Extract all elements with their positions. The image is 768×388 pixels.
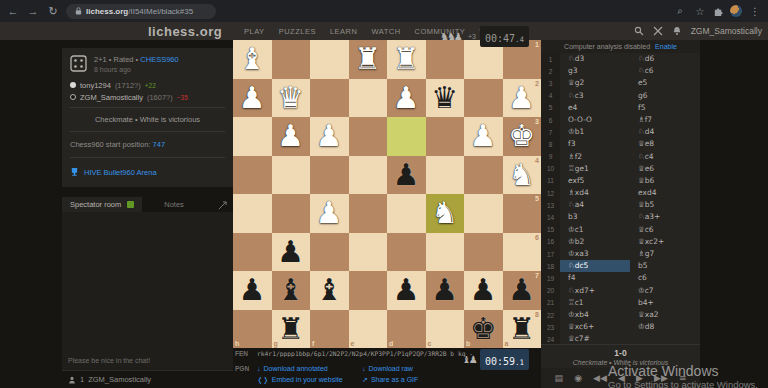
move-row-13: 13♘a4♕b5 [541,199,700,211]
right-gutter [700,40,768,388]
pgn-link-icon: ↓ [362,365,366,372]
square-d1[interactable]: ♜ [387,40,426,79]
rank-label-5: 5 [535,195,539,202]
move-6-w[interactable]: O-O-O [560,114,630,126]
white-rook-d1[interactable]: ♜ [387,40,426,79]
white-pawn-f5[interactable]: ♟ [310,194,349,233]
spectator-name[interactable]: ZGM_Samostically [88,375,151,384]
square-a7[interactable]: ♟7 [503,271,542,310]
file-label-b: b [466,340,470,347]
gear-icon[interactable]: ◉ [574,373,582,383]
nav-learn[interactable]: LEARN [330,27,358,36]
square-d3[interactable] [387,117,426,156]
square-f8[interactable]: f [310,310,349,349]
black-pawn-h7[interactable]: ♟ [233,271,272,310]
move-row-12: 12♗xd4exd4 [541,187,700,199]
result-description: Checkmate • White is victorious [541,359,700,366]
browser-reload-icon[interactable]: ↻ [46,5,60,18]
square-c6[interactable] [426,233,465,272]
move-row-14: 14b3♘a3+ [541,211,700,223]
move-number: 19 [541,272,560,284]
black-pawn-b7[interactable]: ♟ [464,271,503,310]
move-12-b[interactable]: exd4 [630,187,700,199]
move-19-w[interactable]: f4 [560,272,630,284]
move-number: 15 [541,224,560,236]
notifications-bell-icon[interactable] [672,26,682,36]
bookmark-star-icon[interactable]: ☆ [693,6,707,17]
pgn-link-share-as-a-gif[interactable]: ↗Share as a GIF [362,376,467,384]
nav-watch[interactable]: WATCH [371,27,400,36]
move-16-b[interactable]: ♕xc2+ [630,236,700,248]
black-captured-pieces: ♝♟ [462,354,476,365]
move-number: 10 [541,163,560,175]
white-bishop-h1[interactable]: ♝ [233,40,272,79]
square-f5[interactable]: ♟ [310,194,349,233]
lock-icon [75,7,82,15]
move-number: 12 [541,187,560,199]
square-d2[interactable]: ♟ [387,79,426,118]
square-d4[interactable]: ♟ [387,156,426,195]
move-19-b[interactable]: c6 [630,272,700,284]
white-knight-c5[interactable]: ♞ [426,194,465,233]
move-row-6: 6O-O-O♗f7 [541,114,700,126]
black-pawn-c7[interactable]: ♟ [426,271,465,310]
square-f4[interactable] [310,156,349,195]
white-player-row[interactable]: tony1294 (1712?) +22 [70,79,225,91]
time-control: 2+1 • Rated • CHESS960 [94,55,179,64]
move-5-b[interactable]: f5 [630,102,700,114]
prev-move-icon[interactable]: ◀ [618,373,625,383]
move-row-9: 9♗f2♘c4 [541,151,700,163]
tournament-link[interactable]: HIVE Bullet960 Arena [70,158,225,187]
move-12-w[interactable]: ♗xd4 [560,187,630,199]
left-sidebar: 2+1 • Rated • CHESS960 8 hours ago tony1… [0,40,233,388]
game-date[interactable]: 8 hours ago [94,66,179,73]
rank-label-2: 2 [535,80,539,87]
move-8-w[interactable]: f3 [560,138,630,150]
move-number: 22 [541,309,560,321]
fen-value[interactable]: rk4r1/pppp1bbp/6p1/2N2P2/N2p4/KP3PP1/P1q… [257,350,472,357]
move-number: 3 [541,77,560,89]
square-d6[interactable] [387,233,426,272]
rank-label-1: 1 [535,41,539,48]
spectator-count: 1 [80,375,84,384]
move-number: 23 [541,321,560,333]
black-bishop-g7[interactable]: ♝ [272,271,311,310]
move-number: 9 [541,151,560,163]
move-number: 18 [541,260,560,272]
square-h5[interactable] [233,194,272,233]
square-g3[interactable]: ♟ [272,117,311,156]
black-queen-c2[interactable]: ♛ [426,79,465,118]
move-4-w[interactable]: ♘c3 [560,90,630,102]
move-7-w[interactable]: ♔b1 [560,126,630,138]
file-label-h: h [235,340,239,347]
move-row-21: 21♖c1b4+ [541,297,700,309]
move-number: 14 [541,211,560,223]
move-row-18: 18♘dc5b5 [541,260,700,272]
square-e5[interactable] [349,194,388,233]
move-number: 17 [541,248,560,260]
move-21-w[interactable]: ♖c1 [560,297,630,309]
search-icon[interactable] [634,26,644,36]
move-list: 1♘d3♘d62g3♘c63♕g2e54♘c3g65e4f56O-O-O♗f77… [541,53,700,344]
white-rating-diff: +22 [145,82,156,89]
white-pawn-h2[interactable]: ♟ [233,79,272,118]
move-row-15: 15♔c1♕c6 [541,224,700,236]
move-2-b[interactable]: ♘c6 [630,65,700,77]
analysis-disabled-text: Computer analysis disabled [564,43,650,50]
nav-play[interactable]: PLAY [244,27,265,36]
move-row-7: 7♔b1♘d4 [541,126,700,138]
rank-label-6: 6 [535,234,539,241]
square-h8[interactable]: h [233,310,272,349]
board-column: ♝♜♜1♟♛♟♛♟2♟♟♟♚3♟♞4♟♞5♟6♟♝♝♟♟♟♟7h♜gfedc♚b… [233,40,541,388]
move-row-20: 20♘xd7+♔c7 [541,285,700,297]
challenges-swords-icon[interactable] [653,26,663,36]
square-b8[interactable]: ♚b [464,310,503,349]
move-number: 20 [541,285,560,297]
tab-notes[interactable]: Notes [164,200,184,209]
bottom-player-clock-row: ♝♟ 00:59.1 [462,349,529,370]
move-row-8: 8f3♕e8 [541,138,700,150]
square-f3[interactable]: ♟ [310,117,349,156]
square-a5[interactable]: 5 [503,194,542,233]
move-21-b[interactable]: b4+ [630,297,700,309]
file-label-f: f [312,340,314,347]
move-23-b[interactable]: ♔d8 [630,321,700,333]
url-bar[interactable]: lichess.org/II54IMel/black#35 [66,4,216,19]
move-number: 2 [541,65,560,77]
move-5-w[interactable]: e4 [560,102,630,114]
move-panel: Computer analysis disabled Enable 1♘d3♘d… [541,40,700,388]
move-10-w[interactable]: ♖ge1 [560,163,630,175]
square-h2[interactable]: ♟ [233,79,272,118]
move-20-w[interactable]: ♘xd7+ [560,285,630,297]
square-c4[interactable] [426,156,465,195]
square-g5[interactable] [272,194,311,233]
move-22-b[interactable]: ♕xa2 [630,309,700,321]
move-row-5: 5e4f5 [541,102,700,114]
browser-profile-avatar[interactable] [730,5,742,17]
result-box: 1-0 Checkmate • White is victorious [541,344,700,368]
square-b6[interactable] [464,233,503,272]
move-row-16: 16♔b2♕xc2+ [541,236,700,248]
move-row-10: 10♖ge1♕e6 [541,163,700,175]
square-c8[interactable]: c [426,310,465,349]
square-g4[interactable] [272,156,311,195]
rank-label-7: 7 [535,272,539,279]
white-pawn-b3[interactable]: ♟ [464,117,503,156]
square-g6[interactable]: ♟ [272,233,311,272]
white-color-icon [70,82,76,88]
square-e4[interactable] [349,156,388,195]
white-rook-e1[interactable]: ♜ [349,40,388,79]
move-number: 7 [541,126,560,138]
move-6-b[interactable]: ♗f7 [630,114,700,126]
last-move-icon[interactable]: ▶▶ [654,373,668,383]
trophy-icon [70,167,79,177]
move-10-b[interactable]: ♕e6 [630,163,700,175]
next-move-icon[interactable]: ▶ [636,373,643,383]
header-username[interactable]: ZGM_Samostically [691,26,762,36]
black-player-row[interactable]: ZGM_Samostically (1607?) −35 [70,91,225,103]
move-row-19: 19f4c6 [541,272,700,284]
black-color-icon [70,94,76,100]
square-h7[interactable]: ♟ [233,271,272,310]
game-meta-panel: 2+1 • Rated • CHESS960 8 hours ago tony1… [62,48,233,187]
black-player-name[interactable]: ZGM_Samostically [80,93,143,102]
lichess-logo[interactable]: lichess.org [148,24,222,39]
square-b3[interactable]: ♟ [464,117,503,156]
move-11-b[interactable]: ♕b6 [630,175,700,187]
rank-label-8: 8 [535,311,539,318]
chess-board[interactable]: ♝♜♜1♟♛♟♛♟2♟♟♟♚3♟♞4♟♞5♟6♟♝♝♟♟♟♟7h♜gfedc♚b… [233,40,541,348]
spectator-person-icon [68,376,76,384]
browser-forward-icon[interactable]: → [26,5,40,17]
move-17-w[interactable]: ♔xa3 [560,248,630,260]
pgn-link-icon: ❬❭ [257,376,269,383]
pgn-link-icon: ↓ [257,365,261,372]
chess960-die-icon [70,55,87,72]
square-c3[interactable] [426,117,465,156]
tab-spectator-room[interactable]: Spectator room [62,197,142,212]
result-score: 1-0 [541,348,700,358]
move-24-b [630,333,700,344]
move-number: 21 [541,297,560,309]
black-player-rating: (1607?) [147,93,173,102]
chat-message-area[interactable]: Please be nice in the chat! [62,212,233,370]
square-f6[interactable] [310,233,349,272]
zoom-icon[interactable]: ⌕ [673,5,687,17]
square-c2[interactable]: ♛ [426,79,465,118]
chat-tabs: Spectator room Notes [62,197,233,212]
square-h4[interactable] [233,156,272,195]
square-d7[interactable]: ♟ [387,271,426,310]
analysis-header: Computer analysis disabled Enable [541,40,700,53]
move-17-b[interactable]: ♗g7 [630,248,700,260]
move-number: 8 [541,138,560,150]
enable-analysis-link[interactable]: Enable [655,43,677,50]
square-a8[interactable]: ♜a8 [503,310,542,349]
move-3-w[interactable]: ♕g2 [560,77,630,89]
pgn-link-embed-in-your-website[interactable]: ❬❭Embed in your website [257,376,362,384]
nav-puzzles[interactable]: PUZZLES [279,27,316,36]
pgn-links: ↓Download annotated↓Download raw❬❭Embed … [257,365,467,384]
top-player-clock-row: ♞♞♟ +3 00:47.4 [440,26,529,47]
square-c5[interactable]: ♞ [426,194,465,233]
move-16-w[interactable]: ♔b2 [560,236,630,248]
browser-address-bar: ← → ↻ lichess.org/II54IMel/black#35 ⌕ ☆ … [0,0,768,22]
square-g2[interactable]: ♛ [272,79,311,118]
move-row-1: 1♘d3♘d6 [541,53,700,65]
move-number: 4 [541,90,560,102]
square-d5[interactable] [387,194,426,233]
move-9-b[interactable]: ♘c4 [630,151,700,163]
move-number: 6 [541,114,560,126]
file-label-c: c [428,340,432,347]
black-bishop-f7[interactable]: ♝ [310,271,349,310]
room-online-indicator [127,201,134,208]
move-row-22: 22♔xb4♕xa2 [541,309,700,321]
move-18-b[interactable]: b5 [630,260,700,272]
chat-expand-icon[interactable] [218,196,227,214]
move-15-b[interactable]: ♕c6 [630,224,700,236]
move-13-w[interactable]: ♘a4 [560,199,630,211]
move-15-w[interactable]: ♔c1 [560,224,630,236]
pgn-link-download-raw[interactable]: ↓Download raw [362,365,467,372]
move-2-w[interactable]: g3 [560,65,630,77]
square-f1[interactable] [310,40,349,79]
move-number: 24 [541,333,560,344]
move-number: 1 [541,53,560,65]
square-g1[interactable] [272,40,311,79]
move-number: 13 [541,199,560,211]
black-pawn-d7[interactable]: ♟ [387,271,426,310]
move-7-b[interactable]: ♘d4 [630,126,700,138]
square-g8[interactable]: ♜g [272,310,311,349]
move-row-3: 3♕g2e5 [541,77,700,89]
move-row-11: 11exf5♕b6 [541,175,700,187]
move-row-17: 17♔xa3♗g7 [541,248,700,260]
white-clock: 00:47.4 [480,26,529,47]
square-g7[interactable]: ♝ [272,271,311,310]
browser-back-icon[interactable]: ← [6,5,20,17]
square-f7[interactable]: ♝ [310,271,349,310]
move-row-4: 4♘c3g6 [541,90,700,102]
square-c7[interactable]: ♟ [426,271,465,310]
black-pawn-g6[interactable]: ♟ [272,233,311,272]
move-22-w[interactable]: ♔xb4 [560,309,630,321]
square-b7[interactable]: ♟ [464,271,503,310]
spectator-list: 1 ZGM_Samostically [62,370,233,388]
square-e3[interactable] [349,117,388,156]
game-result-text: Checkmate • White is victorious [70,107,225,132]
white-player-rating: (1712?) [115,81,141,90]
square-h1[interactable]: ♝ [233,40,272,79]
move-13-b[interactable]: ♕b5 [630,199,700,211]
move-9-w[interactable]: ♗f2 [560,151,630,163]
move-24-w[interactable]: ♕c7# [560,333,630,344]
square-a2[interactable]: ♟2 [503,79,542,118]
move-14-w[interactable]: b3 [560,211,630,223]
move-number: 11 [541,175,560,187]
pgn-link-icon: ↗ [362,376,368,383]
main-content: 2+1 • Rated • CHESS960 8 hours ago tony1… [0,40,768,388]
move-3-b[interactable]: e5 [630,77,700,89]
square-a6[interactable]: 6 [503,233,542,272]
move-number: 16 [541,236,560,248]
file-label-g: g [274,340,278,347]
square-a3[interactable]: ♚3 [503,117,542,156]
fen-label: FEN [235,350,251,357]
white-pawn-f3[interactable]: ♟ [310,117,349,156]
move-1-b[interactable]: ♘d6 [630,53,700,65]
black-pawn-d4[interactable]: ♟ [387,156,426,195]
site-header: lichess.org PLAYPUZZLESLEARNWATCHCOMMUNI… [0,22,768,40]
square-e1[interactable]: ♜ [349,40,388,79]
browser-menu-icon[interactable]: ⋮ [748,6,762,17]
file-label-e: e [351,340,355,347]
pgn-label: PGN [235,365,251,384]
move-14-b[interactable]: ♘a3+ [630,211,700,223]
square-f2[interactable] [310,79,349,118]
square-e6[interactable] [349,233,388,272]
move-row-23: 23♕xc6+♔d8 [541,321,700,333]
square-e8[interactable]: e [349,310,388,349]
white-player-name[interactable]: tony1294 [80,81,111,90]
white-queen-g2[interactable]: ♛ [272,79,311,118]
rank-label-3: 3 [535,118,539,125]
material-advantage: +3 [468,33,476,40]
analysis-board-icon[interactable]: ▤ [555,373,564,383]
page: ← → ↻ lichess.org/II54IMel/black#35 ⌕ ☆ … [0,0,768,388]
move-row-24: 24♕c7# [541,333,700,344]
url-text: lichess.org/II54IMel/black#35 [86,7,193,16]
square-b4[interactable] [464,156,503,195]
square-e7[interactable] [349,271,388,310]
white-pawn-d2[interactable]: ♟ [387,79,426,118]
first-move-icon[interactable]: ◀◀ [593,373,607,383]
move-11-w[interactable]: exf5 [560,175,630,187]
square-h3[interactable] [233,117,272,156]
square-b2[interactable] [464,79,503,118]
chat-notice: Please be nice in the chat! [62,357,233,370]
start-position-link[interactable]: 747 [153,140,166,149]
move-23-w[interactable]: ♕xc6+ [560,321,630,333]
square-b5[interactable] [464,194,503,233]
replay-controls: ▤◉◀◀◀▶▶▶≡ [541,368,700,388]
move-number: 5 [541,102,560,114]
black-rating-diff: −35 [177,94,188,101]
move-20-b[interactable]: ♔c7 [630,285,700,297]
extensions-puzzle-icon[interactable] [713,6,724,17]
move-row-2: 2g3♘c6 [541,65,700,77]
start-position-row: Chess960 start position: 747 [70,132,225,158]
move-18-w[interactable]: ♘dc5 [560,260,630,272]
rank-label-4: 4 [535,157,539,164]
black-clock: 00:59.1 [480,349,529,370]
square-a4[interactable]: ♞4 [503,156,542,195]
move-8-b[interactable]: ♕e8 [630,138,700,150]
square-e2[interactable] [349,79,388,118]
variant-link[interactable]: CHESS960 [140,55,178,64]
move-4-b[interactable]: g6 [630,90,700,102]
square-h6[interactable] [233,233,272,272]
move-1-w[interactable]: ♘d3 [560,53,630,65]
file-label-d: d [389,340,393,347]
white-pawn-g3[interactable]: ♟ [272,117,311,156]
pgn-link-download-annotated[interactable]: ↓Download annotated [257,365,362,372]
square-d8[interactable]: d [387,310,426,349]
file-label-a: a [505,340,509,347]
white-captured-pieces: ♞♞♟ [440,31,461,42]
menu-icon[interactable]: ≡ [679,373,687,383]
